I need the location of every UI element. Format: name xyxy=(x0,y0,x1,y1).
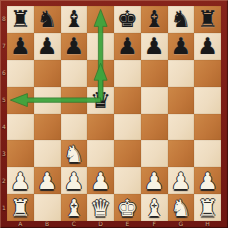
piece-black-pawn[interactable]: ♟︎ xyxy=(197,33,218,59)
square-c6[interactable] xyxy=(61,60,88,87)
square-a1[interactable]: ♜︎ xyxy=(7,194,34,221)
piece-black-bishop[interactable]: ♝︎ xyxy=(144,6,165,32)
file-label-h: H xyxy=(194,221,221,228)
square-a4[interactable] xyxy=(7,114,34,141)
square-a7[interactable]: ♟︎ xyxy=(7,33,34,60)
square-a6[interactable] xyxy=(7,60,34,87)
board-squares: ♜︎♞︎♝︎♚︎♝︎♞︎♜︎♟︎♟︎♟︎♟︎♟︎♟︎♟︎♛︎♞︎♟︎♟︎♟︎♟︎… xyxy=(7,6,221,221)
square-d2[interactable]: ♟︎ xyxy=(87,167,114,194)
piece-white-pawn[interactable]: ♟︎ xyxy=(144,168,165,194)
square-f4[interactable] xyxy=(141,114,168,141)
piece-black-king[interactable]: ♚︎ xyxy=(117,6,138,32)
square-b7[interactable]: ♟︎ xyxy=(34,33,61,60)
square-f8[interactable]: ♝︎ xyxy=(141,6,168,33)
square-b3[interactable] xyxy=(34,140,61,167)
piece-white-bishop[interactable]: ♝︎ xyxy=(64,195,85,221)
square-f2[interactable]: ♟︎ xyxy=(141,167,168,194)
square-g7[interactable]: ♟︎ xyxy=(168,33,195,60)
square-f1[interactable]: ♝︎ xyxy=(141,194,168,221)
square-e3[interactable] xyxy=(114,140,141,167)
square-d4[interactable] xyxy=(87,114,114,141)
square-b4[interactable] xyxy=(34,114,61,141)
square-c8[interactable]: ♝︎ xyxy=(61,6,88,33)
square-h2[interactable]: ♟︎ xyxy=(194,167,221,194)
square-d3[interactable] xyxy=(87,140,114,167)
piece-white-queen[interactable]: ♛︎ xyxy=(90,195,111,221)
square-d5[interactable]: ♛︎ xyxy=(87,87,114,114)
file-label-b: B xyxy=(34,221,61,228)
file-label-e: E xyxy=(114,221,141,228)
piece-white-knight[interactable]: ♞︎ xyxy=(171,195,192,221)
piece-black-knight[interactable]: ♞︎ xyxy=(171,6,192,32)
square-c1[interactable]: ♝︎ xyxy=(61,194,88,221)
square-g2[interactable]: ♟︎ xyxy=(168,167,195,194)
square-g5[interactable] xyxy=(168,87,195,114)
piece-white-king[interactable]: ♚︎ xyxy=(117,195,138,221)
square-c7[interactable]: ♟︎ xyxy=(61,33,88,60)
square-e8[interactable]: ♚︎ xyxy=(114,6,141,33)
square-b1[interactable] xyxy=(34,194,61,221)
square-h4[interactable] xyxy=(194,114,221,141)
square-c3[interactable]: ♞︎ xyxy=(61,140,88,167)
file-label-a: A xyxy=(7,221,34,228)
piece-white-pawn[interactable]: ♟︎ xyxy=(197,168,218,194)
chess-board: ♜︎♞︎♝︎♚︎♝︎♞︎♜︎♟︎♟︎♟︎♟︎♟︎♟︎♟︎♛︎♞︎♟︎♟︎♟︎♟︎… xyxy=(0,0,228,228)
piece-white-pawn[interactable]: ♟︎ xyxy=(171,168,192,194)
piece-white-rook[interactable]: ♜︎ xyxy=(197,195,218,221)
piece-white-pawn[interactable]: ♟︎ xyxy=(90,168,111,194)
square-h6[interactable] xyxy=(194,60,221,87)
piece-black-pawn[interactable]: ♟︎ xyxy=(10,33,31,59)
piece-white-knight[interactable]: ♞︎ xyxy=(64,141,85,167)
square-g1[interactable]: ♞︎ xyxy=(168,194,195,221)
square-g8[interactable]: ♞︎ xyxy=(168,6,195,33)
square-a8[interactable]: ♜︎ xyxy=(7,6,34,33)
square-e4[interactable] xyxy=(114,114,141,141)
square-g4[interactable] xyxy=(168,114,195,141)
square-g3[interactable] xyxy=(168,140,195,167)
square-e6[interactable] xyxy=(114,60,141,87)
square-h5[interactable] xyxy=(194,87,221,114)
square-h8[interactable]: ♜︎ xyxy=(194,6,221,33)
square-h7[interactable]: ♟︎ xyxy=(194,33,221,60)
square-c4[interactable] xyxy=(61,114,88,141)
square-e2[interactable] xyxy=(114,167,141,194)
square-e7[interactable]: ♟︎ xyxy=(114,33,141,60)
piece-white-pawn[interactable]: ♟︎ xyxy=(64,168,85,194)
square-e5[interactable] xyxy=(114,87,141,114)
square-a5[interactable] xyxy=(7,87,34,114)
piece-black-queen[interactable]: ♛︎ xyxy=(90,87,111,113)
square-b6[interactable] xyxy=(34,60,61,87)
piece-white-bishop[interactable]: ♝︎ xyxy=(144,195,165,221)
piece-white-rook[interactable]: ♜︎ xyxy=(10,195,31,221)
piece-black-rook[interactable]: ♜︎ xyxy=(10,6,31,32)
piece-black-bishop[interactable]: ♝︎ xyxy=(64,6,85,32)
piece-black-pawn[interactable]: ♟︎ xyxy=(37,33,58,59)
piece-black-pawn[interactable]: ♟︎ xyxy=(171,33,192,59)
square-d7[interactable] xyxy=(87,33,114,60)
square-f6[interactable] xyxy=(141,60,168,87)
square-b2[interactable]: ♟︎ xyxy=(34,167,61,194)
square-f5[interactable] xyxy=(141,87,168,114)
piece-black-pawn[interactable]: ♟︎ xyxy=(117,33,138,59)
square-a2[interactable]: ♟︎ xyxy=(7,167,34,194)
square-f3[interactable] xyxy=(141,140,168,167)
square-b5[interactable] xyxy=(34,87,61,114)
file-label-c: C xyxy=(61,221,88,228)
square-h3[interactable] xyxy=(194,140,221,167)
piece-white-pawn[interactable]: ♟︎ xyxy=(37,168,58,194)
square-c2[interactable]: ♟︎ xyxy=(61,167,88,194)
square-d8[interactable] xyxy=(87,6,114,33)
piece-black-knight[interactable]: ♞︎ xyxy=(37,6,58,32)
square-a3[interactable] xyxy=(7,140,34,167)
piece-white-pawn[interactable]: ♟︎ xyxy=(10,168,31,194)
file-label-f: F xyxy=(141,221,168,228)
file-label-d: D xyxy=(87,221,114,228)
square-b8[interactable]: ♞︎ xyxy=(34,6,61,33)
piece-black-pawn[interactable]: ♟︎ xyxy=(144,33,165,59)
square-d6[interactable] xyxy=(87,60,114,87)
square-c5[interactable] xyxy=(61,87,88,114)
file-label-g: G xyxy=(168,221,195,228)
square-g6[interactable] xyxy=(168,60,195,87)
square-f7[interactable]: ♟︎ xyxy=(141,33,168,60)
square-d1[interactable]: ♛︎ xyxy=(87,194,114,221)
square-h1[interactable]: ♜︎ xyxy=(194,194,221,221)
piece-black-rook[interactable]: ♜︎ xyxy=(197,6,218,32)
square-e1[interactable]: ♚︎ xyxy=(114,194,141,221)
piece-black-pawn[interactable]: ♟︎ xyxy=(64,33,85,59)
